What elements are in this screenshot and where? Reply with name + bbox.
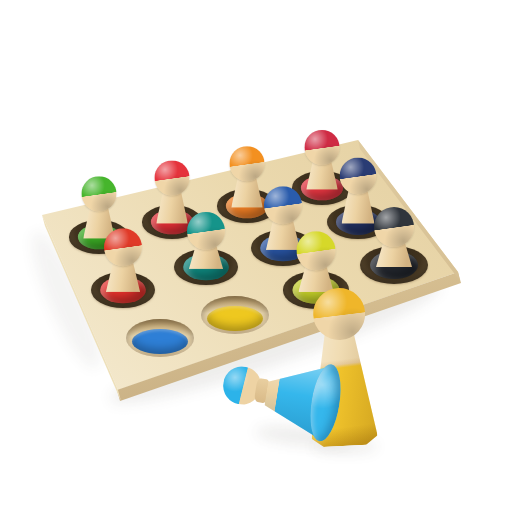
- peg-head: [374, 207, 414, 247]
- hole-r3c2[interactable]: [201, 296, 269, 334]
- hole-bottom-r3c1: [132, 329, 188, 354]
- yellow-peg-head: [312, 287, 367, 342]
- peg-head: [296, 231, 335, 270]
- hole-r3c1[interactable]: [126, 319, 194, 357]
- peg-head: [187, 212, 225, 250]
- peg-head: [104, 228, 142, 266]
- peg-red-2[interactable]: [93, 210, 154, 316]
- scene-peg-board-photo: [0, 0, 510, 510]
- peg-teal[interactable]: [176, 187, 237, 293]
- peg-head: [81, 176, 116, 211]
- peg-black[interactable]: [362, 181, 426, 293]
- hole-bottom-r3c2: [207, 306, 263, 331]
